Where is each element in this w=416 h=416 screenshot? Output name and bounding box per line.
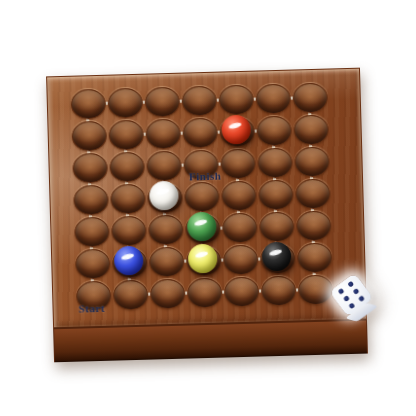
start-label: Start: [78, 302, 105, 315]
board-top-surface: Finish Start: [46, 68, 367, 330]
cup-r4c1[interactable]: [73, 185, 109, 216]
cup-r7c7[interactable]: [297, 274, 333, 305]
yellow-marble[interactable]: [187, 243, 217, 273]
cup-r1c5[interactable]: [218, 85, 254, 116]
cup-r4c2[interactable]: [110, 184, 146, 215]
cup-r4c5[interactable]: [221, 181, 257, 212]
cup-r2c1[interactable]: [71, 121, 107, 152]
cup-r3c2[interactable]: [109, 152, 145, 183]
cup-r7c4[interactable]: [186, 278, 222, 309]
finish-label: Finish: [189, 170, 222, 183]
cup-r3c3[interactable]: [146, 151, 182, 182]
cup-r2c3[interactable]: [145, 119, 181, 150]
black-marble[interactable]: [261, 241, 291, 271]
cup-r1c3[interactable]: [144, 87, 180, 118]
cup-r2c6[interactable]: [256, 116, 292, 147]
cup-r5c5[interactable]: [221, 213, 257, 244]
cup-r5c7[interactable]: [295, 211, 331, 242]
cup-r1c2[interactable]: [107, 88, 143, 119]
die-pip-6: [358, 295, 365, 302]
cup-r1c6[interactable]: [255, 84, 291, 115]
cup-r5c2[interactable]: [111, 216, 147, 247]
white-marble[interactable]: [149, 180, 179, 210]
cup-r6c1[interactable]: [74, 249, 110, 280]
die-pip-3: [348, 302, 355, 309]
cup-r3c6[interactable]: [257, 148, 293, 179]
cup-r3c7[interactable]: [294, 147, 330, 178]
cup-r4c4[interactable]: [184, 182, 220, 213]
die-pip-4: [348, 280, 355, 287]
cup-r1c4[interactable]: [181, 86, 217, 117]
cup-r4c6[interactable]: [258, 180, 294, 211]
cup-r5c1[interactable]: [74, 217, 110, 248]
cup-r6c5[interactable]: [222, 245, 258, 276]
red-marble[interactable]: [221, 114, 251, 144]
die-pip-1: [337, 288, 344, 295]
cup-r2c4[interactable]: [182, 118, 218, 149]
cup-r7c6[interactable]: [260, 276, 296, 307]
cup-r6c3[interactable]: [148, 247, 184, 278]
cup-r1c1[interactable]: [70, 89, 106, 120]
cup-r2c7[interactable]: [293, 115, 329, 146]
cup-grid: [47, 69, 366, 328]
cup-r7c5[interactable]: [223, 277, 259, 308]
green-marble[interactable]: [186, 211, 216, 241]
cup-r2c2[interactable]: [108, 120, 144, 151]
cup-r7c3[interactable]: [149, 279, 185, 310]
cup-r6c7[interactable]: [296, 243, 332, 274]
cup-r3c5[interactable]: [220, 149, 256, 180]
blue-marble[interactable]: [113, 245, 143, 275]
cup-r3c1[interactable]: [72, 153, 108, 184]
cup-r7c2[interactable]: [112, 280, 148, 311]
die-pip-5: [353, 288, 360, 295]
die-pip-2: [343, 295, 350, 302]
cup-r4c7[interactable]: [295, 179, 331, 210]
game-board: Finish Start: [46, 68, 366, 363]
cup-r5c3[interactable]: [147, 215, 183, 246]
cup-r1c7[interactable]: [292, 83, 328, 114]
cup-r5c6[interactable]: [258, 212, 294, 243]
